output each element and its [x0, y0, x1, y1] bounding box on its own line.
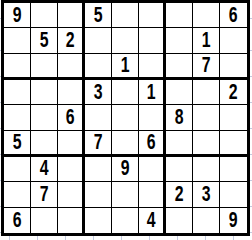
given-digit: 6 [147, 131, 156, 154]
cell-r2c2[interactable]: 5 [31, 28, 58, 53]
given-digit: 1 [121, 54, 130, 77]
cell-r8c7[interactable]: 2 [166, 182, 193, 207]
cell-r9c6[interactable]: 4 [139, 208, 166, 233]
cell-r1c9[interactable]: 6 [220, 3, 247, 28]
cell-r1c6[interactable] [139, 3, 166, 28]
cell-r9c8[interactable] [193, 208, 220, 233]
cell-r8c1[interactable] [4, 182, 31, 207]
given-digit: 2 [175, 183, 184, 206]
cell-r5c1[interactable] [4, 105, 31, 130]
cell-r7c7[interactable] [166, 157, 193, 182]
cell-r2c6[interactable] [139, 28, 166, 53]
cell-r3c4[interactable] [85, 54, 112, 80]
cell-r8c8[interactable]: 3 [193, 182, 220, 207]
cell-r3c7[interactable] [166, 54, 193, 80]
given-digit: 5 [40, 29, 49, 52]
cell-r8c4[interactable] [85, 182, 112, 207]
cell-r5c9[interactable] [220, 105, 247, 130]
cell-r7c8[interactable] [193, 157, 220, 182]
cell-r9c1[interactable]: 6 [4, 208, 31, 233]
cell-r2c3[interactable]: 2 [58, 28, 85, 53]
given-digit: 8 [175, 106, 184, 129]
given-digit: 2 [229, 81, 238, 104]
given-digit: 3 [202, 183, 211, 206]
cell-r5c4[interactable] [85, 105, 112, 130]
cell-r9c3[interactable] [58, 208, 85, 233]
cell-r4c6[interactable]: 1 [139, 80, 166, 105]
given-digit: 5 [13, 131, 22, 154]
cell-r6c3[interactable] [58, 131, 85, 157]
cell-r4c1[interactable] [4, 80, 31, 105]
cell-r2c1[interactable] [4, 28, 31, 53]
cell-r4c8[interactable] [193, 80, 220, 105]
cell-r9c9[interactable]: 9 [220, 208, 247, 233]
cell-r3c1[interactable] [4, 54, 31, 80]
cell-r5c5[interactable] [112, 105, 139, 130]
cell-r1c3[interactable] [58, 3, 85, 28]
cell-r4c3[interactable] [58, 80, 85, 105]
cell-r1c5[interactable] [112, 3, 139, 28]
cell-r1c1[interactable]: 9 [4, 3, 31, 28]
given-digit: 1 [147, 81, 156, 104]
cell-r7c5[interactable]: 9 [112, 157, 139, 182]
cell-r7c3[interactable] [58, 157, 85, 182]
given-digit: 4 [147, 209, 156, 232]
cell-r2c9[interactable] [220, 28, 247, 53]
given-digit: 7 [40, 183, 49, 206]
given-digit: 6 [66, 106, 75, 129]
cell-r5c6[interactable] [139, 105, 166, 130]
given-digit: 9 [121, 157, 130, 180]
cell-r6c2[interactable] [31, 131, 58, 157]
cell-r5c3[interactable]: 6 [58, 105, 85, 130]
cell-r8c3[interactable] [58, 182, 85, 207]
given-digit: 1 [202, 29, 211, 52]
cell-r4c9[interactable]: 2 [220, 80, 247, 105]
given-digit: 7 [94, 131, 103, 154]
given-digit: 7 [202, 54, 211, 77]
cell-r1c7[interactable] [166, 3, 193, 28]
given-digit: 2 [66, 29, 75, 52]
given-digit: 5 [94, 4, 103, 27]
cell-r6c6[interactable]: 6 [139, 131, 166, 157]
cell-r7c6[interactable] [139, 157, 166, 182]
cell-r9c4[interactable] [85, 208, 112, 233]
cell-r6c9[interactable] [220, 131, 247, 157]
cell-r6c5[interactable] [112, 131, 139, 157]
cell-r1c2[interactable] [31, 3, 58, 28]
cell-r5c2[interactable] [31, 105, 58, 130]
cell-r3c6[interactable] [139, 54, 166, 80]
cell-r6c7[interactable] [166, 131, 193, 157]
cell-r5c8[interactable] [193, 105, 220, 130]
cell-r6c1[interactable]: 5 [4, 131, 31, 157]
cell-r4c4[interactable]: 3 [85, 80, 112, 105]
cell-r4c7[interactable] [166, 80, 193, 105]
cell-r2c5[interactable] [112, 28, 139, 53]
cell-r3c2[interactable] [31, 54, 58, 80]
cell-r5c7[interactable]: 8 [166, 105, 193, 130]
cell-r7c4[interactable] [85, 157, 112, 182]
cell-r8c6[interactable] [139, 182, 166, 207]
cell-r9c7[interactable] [166, 208, 193, 233]
sudoku-board: 956521173126857649723649 [1, 0, 250, 236]
cell-r9c2[interactable] [31, 208, 58, 233]
given-digit: 4 [40, 157, 49, 180]
cell-r8c9[interactable] [220, 182, 247, 207]
cell-r3c5[interactable]: 1 [112, 54, 139, 80]
cell-r2c7[interactable] [166, 28, 193, 53]
given-digit: 6 [13, 209, 22, 232]
given-digit: 3 [94, 81, 103, 104]
given-digit: 6 [229, 4, 238, 27]
given-digit: 9 [229, 209, 238, 232]
cell-r1c4[interactable]: 5 [85, 3, 112, 28]
cell-r9c5[interactable] [112, 208, 139, 233]
cell-r7c2[interactable]: 4 [31, 157, 58, 182]
cell-r4c2[interactable] [31, 80, 58, 105]
cell-r8c5[interactable] [112, 182, 139, 207]
cell-r2c8[interactable]: 1 [193, 28, 220, 53]
cell-r4c5[interactable] [112, 80, 139, 105]
cell-r8c2[interactable]: 7 [31, 182, 58, 207]
cell-r1c8[interactable] [193, 3, 220, 28]
cell-r2c4[interactable] [85, 28, 112, 53]
cell-r3c3[interactable] [58, 54, 85, 80]
cell-r6c4[interactable]: 7 [85, 131, 112, 157]
cell-r3c9[interactable] [220, 54, 247, 80]
cell-r7c1[interactable] [4, 157, 31, 182]
cell-r6c8[interactable] [193, 131, 220, 157]
cell-r7c9[interactable] [220, 157, 247, 182]
cell-r3c8[interactable]: 7 [193, 54, 220, 80]
given-digit: 9 [13, 4, 22, 27]
